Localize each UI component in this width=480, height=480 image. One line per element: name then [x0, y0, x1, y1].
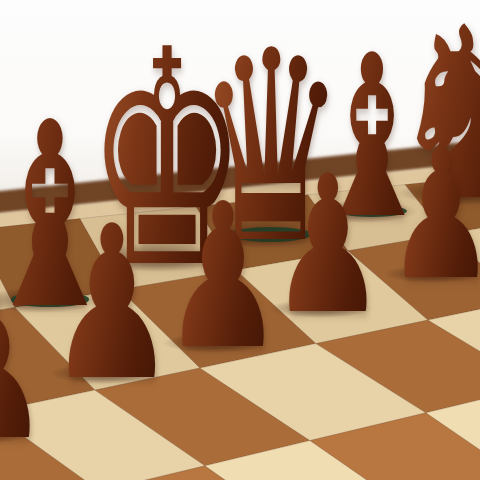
piece-black-pawn[interactable]: ♟ — [47, 198, 176, 410]
piece-black-pawn[interactable]: ♟ — [0, 264, 50, 469]
piece-black-pawn[interactable]: ♟ — [162, 177, 284, 377]
pieces-layer: ♞♝♛♚♟♝♟♟♟♟ — [0, 0, 480, 480]
piece-black-pawn[interactable]: ♟ — [270, 151, 386, 341]
piece-black-pawn[interactable]: ♟ — [386, 125, 480, 305]
chess-photo-scene: ♞♝♛♚♟♝♟♟♟♟ — [0, 0, 480, 480]
